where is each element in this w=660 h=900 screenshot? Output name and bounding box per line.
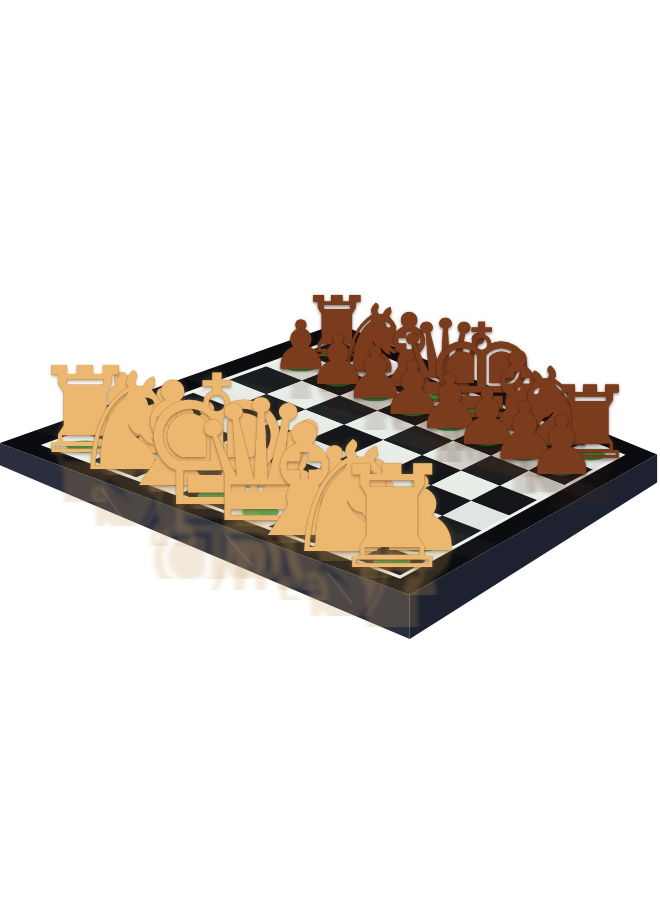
felt-base-b7	[508, 450, 540, 460]
felt-base-f1	[154, 473, 191, 485]
felt-base-e8	[430, 392, 461, 402]
felt-base-c8	[502, 421, 533, 431]
felt-base-g8	[357, 362, 388, 372]
felt-base-a1	[373, 555, 410, 567]
felt-base-f2	[188, 460, 225, 472]
felt-base-c1	[286, 522, 323, 534]
felt-base-d1	[242, 506, 279, 518]
felt-base-g2	[146, 443, 183, 455]
felt-base-d7	[434, 421, 466, 431]
felt-base-h2	[103, 427, 140, 439]
felt-base-d8	[466, 406, 497, 416]
felt-base-a2	[402, 540, 439, 552]
felt-base-e1	[198, 490, 235, 502]
felt-base-b8	[538, 436, 569, 446]
felt-base-c7	[471, 435, 503, 445]
felt-base-h8	[321, 348, 352, 358]
felt-base-g1	[110, 457, 147, 469]
felt-base-c2	[316, 508, 353, 520]
chess-product-photo: ♜♟♞♟♝♟♛♟♚♟♝♟♞♟♜♟♜♟♞♟♟♝♟♚♟♛♟♝♟♞♟♜ ♜♟♞♟♝♟♛…	[0, 0, 660, 900]
felt-base-f8	[394, 377, 425, 387]
felt-base-b1	[329, 539, 366, 551]
felt-base-a7	[546, 465, 578, 475]
felt-base-f7	[359, 391, 391, 401]
felt-base-e7	[397, 406, 429, 416]
felt-base-a8	[574, 450, 605, 460]
felt-base-b2	[359, 524, 396, 536]
felt-base-h7	[285, 361, 317, 371]
felt-base-d2	[274, 492, 311, 504]
felt-base-e2	[231, 476, 268, 488]
felt-base-h1	[66, 440, 103, 452]
chess-board	[0, 0, 660, 900]
felt-base-g7	[322, 376, 354, 386]
